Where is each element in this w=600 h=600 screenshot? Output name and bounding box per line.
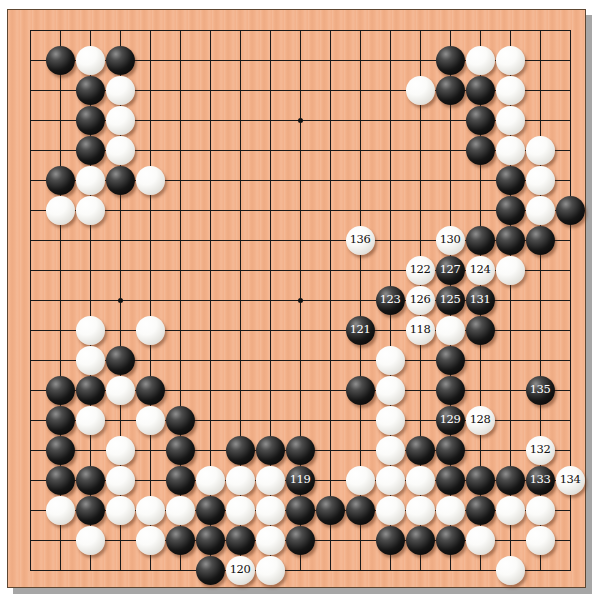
stone-black: [346, 496, 375, 525]
stone-white: [406, 76, 435, 105]
stone-black: [466, 136, 495, 165]
stone-black: [346, 376, 375, 405]
stone-white: [256, 466, 285, 495]
move-number-label: 121: [350, 324, 370, 336]
move-number-label: 124: [470, 264, 490, 276]
stone-black: [106, 166, 135, 195]
stone-black: [196, 556, 225, 585]
stone-white: [76, 316, 105, 345]
stone-black: [286, 526, 315, 555]
stone-white: [496, 496, 525, 525]
stone-white: [346, 466, 375, 495]
stone-black: [436, 376, 465, 405]
stone-white: [256, 556, 285, 585]
stone-white: [496, 136, 525, 165]
stone-white: [46, 196, 75, 225]
stone-black: [256, 436, 285, 465]
stone-black: 125: [436, 286, 465, 315]
stone-white: [526, 496, 555, 525]
move-number-label: 133: [530, 474, 550, 486]
stone-white: 124: [466, 256, 495, 285]
stone-white: [376, 346, 405, 375]
stone-black: [406, 436, 435, 465]
stone-black: [436, 46, 465, 75]
page: 1361301221271241231261251311211181351291…: [0, 0, 600, 600]
stone-white: [106, 136, 135, 165]
stone-white: [496, 46, 525, 75]
stone-white: [496, 76, 525, 105]
stone-white: [136, 166, 165, 195]
stone-black: [46, 376, 75, 405]
grid-line-horizontal: [30, 570, 571, 571]
stone-white: [526, 136, 555, 165]
stone-black: 121: [346, 316, 375, 345]
stone-white: [106, 106, 135, 135]
stone-white: 122: [406, 256, 435, 285]
stone-white: [496, 256, 525, 285]
stone-white: 120: [226, 556, 255, 585]
stone-white: [496, 106, 525, 135]
stone-white: 130: [436, 226, 465, 255]
stone-white: [136, 406, 165, 435]
move-number-label: 135: [530, 384, 550, 396]
stone-black: [76, 496, 105, 525]
stone-white: [406, 496, 435, 525]
stone-black: [76, 376, 105, 405]
stone-white: [376, 436, 405, 465]
move-number-label: 136: [350, 234, 370, 246]
stone-black: [436, 526, 465, 555]
stone-white: [226, 496, 255, 525]
stone-black: [166, 406, 195, 435]
move-number-label: 118: [410, 324, 430, 336]
go-board[interactable]: 1361301221271241231261251311211181351291…: [7, 9, 586, 588]
move-number-label: 128: [470, 414, 490, 426]
stone-black: [76, 106, 105, 135]
stone-white: [196, 466, 225, 495]
stone-white: [46, 496, 75, 525]
stone-black: 129: [436, 406, 465, 435]
stone-black: [226, 526, 255, 555]
stone-black: [436, 76, 465, 105]
stone-black: [466, 106, 495, 135]
stone-black: [106, 346, 135, 375]
stone-black: [466, 466, 495, 495]
stone-white: [226, 466, 255, 495]
stone-white: [76, 406, 105, 435]
stone-black: [316, 496, 345, 525]
stone-white: [136, 316, 165, 345]
stone-white: 128: [466, 406, 495, 435]
stone-black: 123: [376, 286, 405, 315]
stone-black: [196, 526, 225, 555]
grid-line-vertical: [330, 30, 331, 571]
move-number-label: 122: [410, 264, 430, 276]
stone-white: 136: [346, 226, 375, 255]
move-number-label: 120: [230, 564, 250, 576]
stone-black: [436, 346, 465, 375]
stone-white: [376, 376, 405, 405]
stone-black: [46, 406, 75, 435]
star-point: [118, 298, 123, 303]
stone-white: [76, 526, 105, 555]
stone-black: [376, 526, 405, 555]
stone-white: [106, 376, 135, 405]
stone-black: [406, 526, 435, 555]
stone-black: [46, 466, 75, 495]
stone-white: [376, 466, 405, 495]
stone-white: 132: [526, 436, 555, 465]
stone-black: [496, 166, 525, 195]
stone-black: 135: [526, 376, 555, 405]
stone-white: [466, 46, 495, 75]
stone-white: [496, 556, 525, 585]
stone-white: [526, 196, 555, 225]
stone-white: [526, 526, 555, 555]
stone-white: [106, 496, 135, 525]
stone-black: [166, 466, 195, 495]
stone-black: [466, 316, 495, 345]
stone-black: 133: [526, 466, 555, 495]
stone-black: 127: [436, 256, 465, 285]
stone-black: [76, 466, 105, 495]
move-number-label: 127: [440, 264, 460, 276]
stone-white: [166, 496, 195, 525]
stone-white: [76, 46, 105, 75]
stone-white: [136, 496, 165, 525]
stone-black: 131: [466, 286, 495, 315]
stone-black: [46, 436, 75, 465]
stone-white: [436, 316, 465, 345]
move-number-label: 126: [410, 294, 430, 306]
stone-white: [76, 196, 105, 225]
stone-black: [196, 496, 225, 525]
stone-black: [496, 466, 525, 495]
stone-black: 119: [286, 466, 315, 495]
move-number-label: 134: [560, 474, 580, 486]
stone-black: [76, 136, 105, 165]
move-number-label: 123: [380, 294, 400, 306]
stone-white: 126: [406, 286, 435, 315]
stone-black: [436, 466, 465, 495]
move-number-label: 130: [440, 234, 460, 246]
stone-black: [496, 226, 525, 255]
stone-black: [466, 496, 495, 525]
stone-white: [436, 496, 465, 525]
stone-black: [76, 76, 105, 105]
stone-black: [136, 376, 165, 405]
move-number-label: 119: [290, 474, 310, 486]
stone-white: [256, 496, 285, 525]
stone-black: [46, 46, 75, 75]
stone-black: [286, 436, 315, 465]
star-point: [298, 118, 303, 123]
stone-white: [136, 526, 165, 555]
stone-black: [166, 436, 195, 465]
stone-white: [76, 346, 105, 375]
stone-black: [286, 496, 315, 525]
stone-black: [466, 76, 495, 105]
stone-black: [226, 436, 255, 465]
move-number-label: 129: [440, 414, 460, 426]
move-number-label: 131: [470, 294, 490, 306]
stone-white: [466, 526, 495, 555]
stone-black: [166, 526, 195, 555]
stone-white: [76, 166, 105, 195]
stone-white: [376, 406, 405, 435]
stone-black: [496, 196, 525, 225]
move-number-label: 132: [530, 444, 550, 456]
stone-white: [376, 496, 405, 525]
stone-white: [106, 436, 135, 465]
stone-white: [106, 466, 135, 495]
stone-white: [256, 526, 285, 555]
star-point: [298, 298, 303, 303]
stone-black: [436, 436, 465, 465]
stone-white: 118: [406, 316, 435, 345]
stone-white: 134: [556, 466, 585, 495]
stone-white: [406, 466, 435, 495]
stone-white: [106, 76, 135, 105]
stone-black: [46, 166, 75, 195]
move-number-label: 125: [440, 294, 460, 306]
stone-black: [106, 46, 135, 75]
stone-white: [526, 166, 555, 195]
stone-black: [526, 226, 555, 255]
stone-black: [556, 196, 585, 225]
stone-black: [466, 226, 495, 255]
